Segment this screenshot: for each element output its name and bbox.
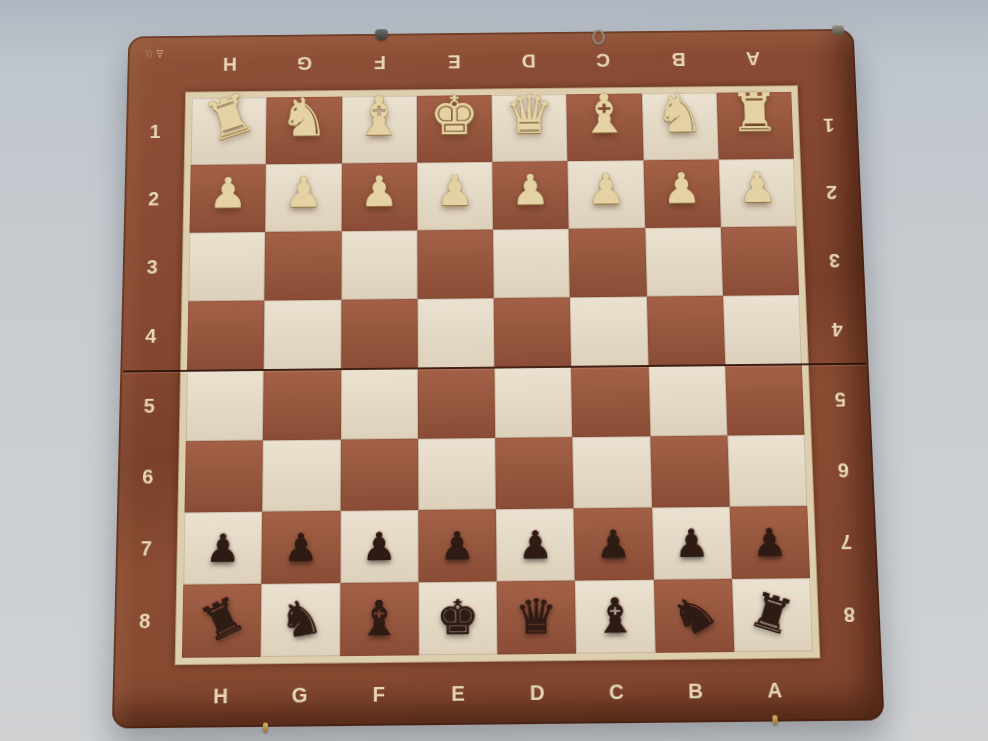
square-e7[interactable]: ♟ <box>418 509 497 582</box>
square-a6[interactable] <box>727 435 807 507</box>
square-b2[interactable]: ♟ <box>643 160 721 228</box>
coord-label-bottom-G: G <box>260 670 340 721</box>
piece-black-pawn-c7[interactable]: ♟ <box>596 524 631 563</box>
piece-black-bishop-f8[interactable]: ♝ <box>358 593 401 642</box>
square-e4[interactable] <box>417 298 494 368</box>
playing-area: ♜♞♝♚♛♝♞♜♟♟♟♟♟♟♟♟♟♟♟♟♟♟♟♟♜♞♝♚♛♝♞♜ <box>175 85 821 665</box>
square-h3[interactable] <box>188 232 265 301</box>
coord-label-right-2: 2 <box>807 158 857 226</box>
square-g7[interactable]: ♟ <box>262 511 341 584</box>
coord-label-left-5: 5 <box>125 371 174 442</box>
piece-black-rook-h8[interactable]: ♜ <box>193 588 252 650</box>
square-g4[interactable] <box>264 300 341 370</box>
piece-black-pawn-a7[interactable]: ♟ <box>752 523 788 562</box>
coord-label-bottom-F: F <box>339 669 418 720</box>
square-b3[interactable] <box>645 227 723 296</box>
coord-label-top-D: D <box>491 39 566 83</box>
square-g6[interactable] <box>262 440 340 512</box>
square-b1[interactable]: ♞ <box>641 93 718 161</box>
photo-background: ♙♘ HGFEDCBA HGFEDCBA 12345678 12345678 ♜… <box>0 0 988 741</box>
square-e2[interactable]: ♟ <box>417 162 493 230</box>
square-h8[interactable]: ♜ <box>182 584 262 658</box>
square-a2[interactable]: ♟ <box>718 159 796 227</box>
square-g1[interactable]: ♞ <box>266 97 342 165</box>
square-f7[interactable]: ♟ <box>340 510 418 583</box>
square-e5[interactable] <box>418 368 496 439</box>
hinge-pin-icon <box>262 723 267 733</box>
coord-label-right-4: 4 <box>812 294 863 364</box>
maker-stamp: ♙♘ <box>143 47 164 59</box>
coord-label-top-C: C <box>566 39 642 83</box>
piece-white-king-e1[interactable]: ♚ <box>429 88 479 142</box>
squares-grid: ♜♞♝♚♛♝♞♜♟♟♟♟♟♟♟♟♟♟♟♟♟♟♟♟♜♞♝♚♛♝♞♜ <box>182 92 813 658</box>
square-h2[interactable]: ♟ <box>189 164 266 233</box>
square-g3[interactable] <box>265 231 342 300</box>
square-a3[interactable] <box>721 226 800 295</box>
piece-white-pawn-d2[interactable]: ♟ <box>511 168 550 210</box>
coord-label-right-8: 8 <box>823 577 875 651</box>
coord-label-left-3: 3 <box>128 233 177 302</box>
square-f6[interactable] <box>340 439 418 511</box>
square-f3[interactable] <box>341 230 417 299</box>
piece-white-pawn-e2[interactable]: ♟ <box>435 169 474 211</box>
square-d7[interactable]: ♟ <box>496 508 575 581</box>
square-d6[interactable] <box>495 437 574 509</box>
piece-black-rook-a8[interactable]: ♜ <box>745 583 799 642</box>
coord-label-bottom-D: D <box>498 667 578 718</box>
hinge-pin-icon <box>772 715 777 724</box>
coord-label-left-6: 6 <box>123 441 173 513</box>
piece-black-pawn-g7[interactable]: ♟ <box>284 528 319 567</box>
square-c7[interactable]: ♟ <box>574 508 654 581</box>
coord-label-right-3: 3 <box>809 226 859 295</box>
square-c5[interactable] <box>571 366 650 437</box>
coord-label-left-4: 4 <box>126 301 175 371</box>
piece-black-knight-g8[interactable]: ♞ <box>275 590 325 646</box>
piece-black-pawn-f7[interactable]: ♟ <box>362 527 397 566</box>
square-d3[interactable] <box>493 229 570 298</box>
piece-white-pawn-b2[interactable]: ♟ <box>662 167 702 209</box>
square-b8[interactable]: ♞ <box>653 579 734 653</box>
piece-black-pawn-h7[interactable]: ♟ <box>205 529 240 568</box>
coord-label-top-H: H <box>192 42 267 86</box>
coord-label-top-E: E <box>416 40 491 84</box>
coord-label-left-1: 1 <box>131 98 179 165</box>
square-f2[interactable]: ♟ <box>341 163 417 232</box>
piece-white-bishop-f1[interactable]: ♝ <box>354 88 404 142</box>
square-a1[interactable]: ♜ <box>716 92 794 160</box>
coord-strip-top: HGFEDCBA <box>192 37 791 86</box>
square-a5[interactable] <box>725 364 805 435</box>
square-h7[interactable]: ♟ <box>183 512 262 585</box>
coord-label-bottom-H: H <box>181 671 261 722</box>
corner-hinge-icon <box>832 25 844 34</box>
coord-label-top-A: A <box>715 37 791 81</box>
coord-label-right-1: 1 <box>804 91 854 158</box>
piece-white-knight-b1[interactable]: ♞ <box>654 85 705 139</box>
square-g5[interactable] <box>263 369 341 440</box>
piece-white-pawn-g2[interactable]: ♟ <box>284 171 323 213</box>
piece-white-rook-h1[interactable]: ♜ <box>197 84 261 150</box>
coord-label-left-7: 7 <box>121 513 171 586</box>
coord-label-left-8: 8 <box>120 585 170 659</box>
square-d2[interactable]: ♟ <box>492 161 569 229</box>
piece-black-king-e8[interactable]: ♚ <box>436 592 479 641</box>
coord-label-bottom-E: E <box>419 668 498 719</box>
square-b5[interactable] <box>648 365 727 436</box>
piece-black-pawn-d7[interactable]: ♟ <box>518 525 553 564</box>
coord-label-bottom-C: C <box>577 666 657 717</box>
coord-label-top-F: F <box>342 41 417 85</box>
square-b7[interactable]: ♟ <box>652 507 732 580</box>
piece-black-pawn-e7[interactable]: ♟ <box>440 526 475 565</box>
coord-label-right-6: 6 <box>818 434 869 506</box>
piece-black-pawn-b7[interactable]: ♟ <box>674 524 710 563</box>
square-b4[interactable] <box>646 296 725 366</box>
square-a7[interactable]: ♟ <box>729 506 810 579</box>
piece-white-bishop-c1[interactable]: ♝ <box>579 86 630 140</box>
square-e1[interactable]: ♚ <box>417 95 493 163</box>
square-e3[interactable] <box>417 230 494 299</box>
coord-label-right-5: 5 <box>815 364 866 435</box>
square-f1[interactable]: ♝ <box>341 96 416 164</box>
square-e6[interactable] <box>418 438 496 510</box>
piece-white-rook-a1[interactable]: ♜ <box>729 85 781 139</box>
square-c2[interactable]: ♟ <box>568 160 645 228</box>
piece-white-pawn-h2[interactable]: ♟ <box>208 172 247 214</box>
square-b6[interactable] <box>650 436 730 508</box>
coord-label-top-G: G <box>267 42 342 86</box>
piece-black-bishop-c8[interactable]: ♝ <box>593 590 637 639</box>
square-h6[interactable] <box>184 440 263 512</box>
chess-board: ♙♘ HGFEDCBA HGFEDCBA 12345678 12345678 ♜… <box>112 29 885 729</box>
coord-label-bottom-B: B <box>656 666 737 717</box>
square-c1[interactable]: ♝ <box>566 93 643 161</box>
coord-strip-left: 12345678 <box>120 98 180 658</box>
square-d8[interactable]: ♛ <box>497 581 577 655</box>
coord-strip-bottom: HGFEDCBA <box>181 665 816 722</box>
square-f4[interactable] <box>341 299 418 369</box>
clasp-icon <box>375 29 388 40</box>
coord-label-top-B: B <box>640 38 716 82</box>
square-h1[interactable]: ♜ <box>191 97 267 165</box>
piece-black-knight-b8[interactable]: ♞ <box>663 582 725 646</box>
piece-white-knight-g1[interactable]: ♞ <box>279 89 329 143</box>
square-f8[interactable]: ♝ <box>340 582 419 656</box>
square-g8[interactable]: ♞ <box>261 583 340 657</box>
square-a4[interactable] <box>723 295 802 365</box>
piece-white-pawn-f2[interactable]: ♟ <box>360 170 399 212</box>
square-f5[interactable] <box>340 368 417 439</box>
piece-white-pawn-a2[interactable]: ♟ <box>737 166 777 208</box>
square-d1[interactable]: ♛ <box>492 94 568 162</box>
piece-white-queen-d1[interactable]: ♛ <box>504 87 554 141</box>
coord-label-bottom-A: A <box>734 665 815 716</box>
square-h4[interactable] <box>187 301 265 371</box>
square-g2[interactable]: ♟ <box>265 163 341 232</box>
coord-label-right-7: 7 <box>820 505 872 578</box>
piece-white-pawn-c2[interactable]: ♟ <box>586 168 625 210</box>
piece-black-queen-d8[interactable]: ♛ <box>515 591 559 640</box>
coord-label-left-2: 2 <box>130 165 178 233</box>
square-d5[interactable] <box>494 367 572 438</box>
square-c8[interactable]: ♝ <box>575 580 655 654</box>
square-h5[interactable] <box>186 370 264 441</box>
square-d4[interactable] <box>494 297 572 367</box>
square-c3[interactable] <box>569 228 647 297</box>
square-c6[interactable] <box>573 436 652 508</box>
square-c4[interactable] <box>570 297 648 367</box>
square-a8[interactable]: ♜ <box>732 578 813 652</box>
square-e8[interactable]: ♚ <box>418 581 497 655</box>
